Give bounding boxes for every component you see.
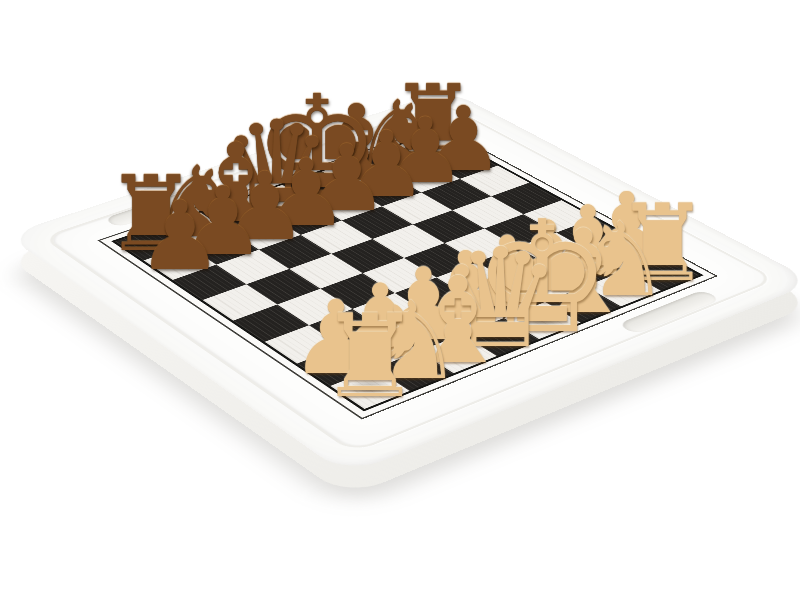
product-photo-stage: Wooden chess set on a white board in per… <box>0 0 800 600</box>
piece-white-rook[interactable]: ♜ <box>313 300 427 414</box>
piece-black-pawn[interactable]: ♟ <box>132 189 227 284</box>
